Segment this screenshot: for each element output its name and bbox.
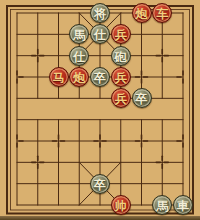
piece-red-soldier[interactable]: 兵: [111, 67, 131, 87]
piece-glyph: 馬: [156, 200, 168, 212]
piece-glyph: 炮: [136, 8, 148, 20]
pieces-layer[interactable]: 将馬仕仕砲卒卒卒馬車炮车兵马炮兵兵帅: [0, 0, 200, 220]
piece-red-general[interactable]: 帅: [111, 195, 131, 215]
piece-red-horse[interactable]: 马: [49, 67, 69, 87]
piece-glyph: 兵: [115, 29, 127, 41]
piece-glyph: 仕: [73, 50, 85, 62]
piece-glyph: 兵: [115, 93, 127, 105]
piece-glyph: 仕: [94, 29, 106, 41]
piece-black-general[interactable]: 将: [90, 3, 110, 23]
piece-black-soldier[interactable]: 卒: [132, 88, 152, 108]
piece-glyph: 帅: [115, 200, 127, 212]
piece-glyph: 卒: [94, 72, 106, 84]
piece-black-soldier[interactable]: 卒: [90, 174, 110, 194]
piece-glyph: 炮: [73, 72, 85, 84]
piece-red-cannon[interactable]: 炮: [69, 67, 89, 87]
piece-glyph: 卒: [136, 93, 148, 105]
piece-red-soldier[interactable]: 兵: [111, 88, 131, 108]
piece-glyph: 马: [53, 72, 65, 84]
piece-glyph: 車: [177, 200, 189, 212]
piece-black-advisor[interactable]: 仕: [69, 46, 89, 66]
piece-red-soldier[interactable]: 兵: [111, 24, 131, 44]
piece-glyph: 将: [94, 8, 106, 20]
piece-glyph: 馬: [73, 29, 85, 41]
piece-black-chariot[interactable]: 車: [173, 195, 193, 215]
piece-glyph: 卒: [94, 178, 106, 190]
piece-glyph: 车: [156, 8, 168, 20]
piece-black-horse[interactable]: 馬: [152, 195, 172, 215]
piece-black-soldier[interactable]: 卒: [90, 67, 110, 87]
piece-glyph: 砲: [115, 50, 127, 62]
piece-black-advisor[interactable]: 仕: [90, 24, 110, 44]
piece-black-cannon[interactable]: 砲: [111, 46, 131, 66]
xiangqi-game: 将馬仕仕砲卒卒卒馬車炮车兵马炮兵兵帅: [0, 0, 200, 220]
piece-red-chariot[interactable]: 车: [152, 3, 172, 23]
piece-glyph: 兵: [115, 72, 127, 84]
piece-red-cannon[interactable]: 炮: [132, 3, 152, 23]
piece-black-horse[interactable]: 馬: [69, 24, 89, 44]
